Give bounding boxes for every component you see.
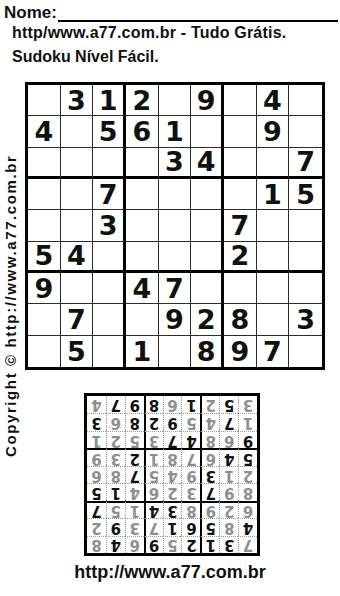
puzzle-cell-given-r9c8: 7	[257, 336, 290, 367]
solution-cell-solved-r3c3: 9	[200, 501, 219, 518]
solution-cell-given-r8c6: 2	[144, 413, 163, 430]
puzzle-cell-given-r2c8: 9	[257, 116, 290, 147]
puzzle-cell-empty-r1c1[interactable]	[28, 85, 61, 116]
puzzle-cell-empty-r9c3[interactable]	[93, 336, 126, 367]
solution-cell-given-r2c4: 6	[181, 518, 200, 535]
solution-cell-given-r5c3: 3	[200, 466, 219, 483]
solution-cell-solved-r3c2: 2	[219, 501, 238, 518]
puzzle-cell-empty-r5c1[interactable]	[28, 210, 61, 241]
puzzle-cell-empty-r5c6[interactable]	[191, 210, 224, 241]
puzzle-cell-empty-r2c2[interactable]	[61, 116, 94, 147]
solution-cell-solved-r8c1: 1	[238, 413, 257, 430]
puzzle-cell-given-r5c3: 3	[93, 210, 126, 241]
solution-cell-given-r2c3: 5	[200, 518, 219, 535]
puzzle-cell-given-r1c6: 9	[191, 85, 224, 116]
puzzle-cell-empty-r8c8[interactable]	[257, 304, 290, 335]
solution-cell-solved-r6c5: 8	[163, 448, 182, 465]
puzzle-cell-given-r3c6: 4	[191, 148, 224, 179]
solution-cell-given-r1c3: 1	[200, 536, 219, 553]
solution-cell-solved-r6c6: 1	[144, 448, 163, 465]
solution-cell-given-r8c5: 9	[163, 413, 182, 430]
puzzle-cell-empty-r4c5[interactable]	[159, 179, 192, 210]
puzzle-cell-empty-r6c6[interactable]	[191, 242, 224, 273]
solution-cell-given-r4c3: 7	[200, 483, 219, 500]
puzzle-cell-given-r9c6: 8	[191, 336, 224, 367]
solution-cell-solved-r1c9: 8	[87, 536, 106, 553]
puzzle-cell-given-r4c3: 7	[93, 179, 126, 210]
puzzle-cell-empty-r9c5[interactable]	[159, 336, 192, 367]
puzzle-cell-given-r6c7: 2	[224, 242, 257, 273]
solution-cell-given-r6c2: 4	[219, 448, 238, 465]
puzzle-cell-given-r8c2: 7	[61, 304, 94, 335]
puzzle-cell-empty-r8c1[interactable]	[28, 304, 61, 335]
puzzle-cell-given-r1c3: 1	[93, 85, 126, 116]
puzzle-cell-given-r2c4: 6	[126, 116, 159, 147]
puzzle-cell-empty-r2c9[interactable]	[289, 116, 322, 147]
puzzle-cell-empty-r4c1[interactable]	[28, 179, 61, 210]
solution-cell-solved-r7c2: 6	[219, 431, 238, 448]
puzzle-cell-empty-r3c3[interactable]	[93, 148, 126, 179]
solution-cell-solved-r9c9: 4	[87, 396, 106, 413]
solution-cell-given-r5c7: 7	[125, 466, 144, 483]
puzzle-cell-given-r7c4: 4	[126, 273, 159, 304]
solution-cell-solved-r5c2: 1	[219, 466, 238, 483]
sudoku-print-page: Nome: http/www.a77.com.br - Tudo Grátis.…	[0, 0, 340, 596]
solution-cell-given-r9c8: 7	[106, 396, 125, 413]
puzzle-cell-empty-r5c5[interactable]	[159, 210, 192, 241]
puzzle-cell-empty-r7c6[interactable]	[191, 273, 224, 304]
puzzle-cell-empty-r3c8[interactable]	[257, 148, 290, 179]
solution-cell-solved-r2c9: 2	[87, 518, 106, 535]
puzzle-cell-given-r8c5: 9	[159, 304, 192, 335]
solution-cell-given-r1c8: 4	[106, 536, 125, 553]
solution-cell-solved-r4c6: 6	[144, 483, 163, 500]
sudoku-puzzle-grid: 3129445619347715375429477928351897	[25, 82, 325, 370]
puzzle-cell-given-r8c9: 3	[289, 304, 322, 335]
solution-cell-given-r2c5: 1	[163, 518, 182, 535]
solution-cell-solved-r3c4: 8	[181, 501, 200, 518]
solution-cell-given-r4c9: 5	[87, 483, 106, 500]
solution-cell-given-r9c6: 8	[144, 396, 163, 413]
copyright-vertical-text: Copyright © http://www.a77.com.br	[2, 88, 18, 457]
solution-cell-solved-r5c8: 8	[106, 466, 125, 483]
puzzle-cell-empty-r5c2[interactable]	[61, 210, 94, 241]
solution-cell-given-r8c2: 7	[219, 413, 238, 430]
solution-cell-solved-r2c7: 3	[125, 518, 144, 535]
solution-cell-given-r2c1: 4	[238, 518, 257, 535]
solution-cell-solved-r4c5: 2	[163, 483, 182, 500]
puzzle-cell-empty-r4c2[interactable]	[61, 179, 94, 210]
puzzle-cell-given-r2c5: 1	[159, 116, 192, 147]
solution-cell-solved-r5c5: 4	[163, 466, 182, 483]
solution-cell-given-r7c4: 4	[181, 431, 200, 448]
puzzle-cell-given-r2c3: 5	[93, 116, 126, 147]
puzzle-cell-empty-r6c4[interactable]	[126, 242, 159, 273]
puzzle-cell-given-r1c2: 3	[61, 85, 94, 116]
puzzle-cell-given-r9c7: 9	[224, 336, 257, 367]
puzzle-cell-given-r6c2: 4	[61, 242, 94, 273]
puzzle-cell-empty-r6c9[interactable]	[289, 242, 322, 273]
solution-cell-given-r8c9: 3	[87, 413, 106, 430]
puzzle-cell-empty-r2c6[interactable]	[191, 116, 224, 147]
solution-cell-solved-r9c3: 2	[200, 396, 219, 413]
solution-cell-solved-r3c1: 6	[238, 501, 257, 518]
solution-cell-solved-r8c3: 4	[200, 413, 219, 430]
puzzle-cell-empty-r7c9[interactable]	[289, 273, 322, 304]
puzzle-cell-given-r4c9: 5	[289, 179, 322, 210]
puzzle-cell-empty-r1c7[interactable]	[224, 85, 257, 116]
puzzle-cell-empty-r9c1[interactable]	[28, 336, 61, 367]
puzzle-cell-empty-r8c3[interactable]	[93, 304, 126, 335]
sudoku-solution-grid-upside-down: 7312596484856173926298341578973264152139…	[84, 393, 260, 556]
solution-cell-solved-r4c1: 8	[238, 483, 257, 500]
puzzle-cell-given-r8c7: 8	[224, 304, 257, 335]
puzzle-cell-empty-r8c4[interactable]	[126, 304, 159, 335]
solution-cell-solved-r3c7: 1	[125, 501, 144, 518]
footer-url: http://www.a77.com.br	[0, 562, 340, 583]
solution-cell-solved-r6c3: 6	[200, 448, 219, 465]
solution-cell-given-r9c7: 9	[125, 396, 144, 413]
solution-cell-solved-r9c5: 6	[163, 396, 182, 413]
puzzle-cell-empty-r4c7[interactable]	[224, 179, 257, 210]
solution-cell-solved-r4c2: 9	[219, 483, 238, 500]
puzzle-cell-empty-r7c7[interactable]	[224, 273, 257, 304]
solution-cell-given-r8c7: 8	[125, 413, 144, 430]
solution-cell-given-r6c7: 2	[125, 448, 144, 465]
site-tagline: http/www.a77.com.br - Tudo Grátis.	[12, 24, 286, 42]
puzzle-cell-empty-r1c5[interactable]	[159, 85, 192, 116]
puzzle-cell-given-r7c1: 9	[28, 273, 61, 304]
solution-cell-solved-r1c5: 5	[163, 536, 182, 553]
solution-cell-solved-r1c7: 6	[125, 536, 144, 553]
puzzle-cell-empty-r6c3[interactable]	[93, 242, 126, 273]
puzzle-cell-given-r9c2: 5	[61, 336, 94, 367]
puzzle-cell-empty-r6c5[interactable]	[159, 242, 192, 273]
puzzle-cell-empty-r3c1[interactable]	[28, 148, 61, 179]
puzzle-cell-empty-r3c2[interactable]	[61, 148, 94, 179]
solution-cell-given-r3c5: 3	[163, 501, 182, 518]
solution-cell-solved-r6c4: 7	[181, 448, 200, 465]
solution-cell-solved-r6c9: 9	[87, 448, 106, 465]
puzzle-cell-empty-r9c9[interactable]	[289, 336, 322, 367]
puzzle-cell-given-r6c1: 5	[28, 242, 61, 273]
solution-cell-given-r9c2: 5	[219, 396, 238, 413]
puzzle-cell-empty-r4c6[interactable]	[191, 179, 224, 210]
puzzle-cell-given-r3c9: 7	[289, 148, 322, 179]
solution-cell-given-r4c8: 1	[106, 483, 125, 500]
solution-cell-given-r2c8: 9	[106, 518, 125, 535]
solution-cell-given-r1c6: 9	[144, 536, 163, 553]
solution-cell-solved-r2c6: 7	[144, 518, 163, 535]
solution-cell-solved-r7c7: 5	[125, 431, 144, 448]
solution-cell-solved-r1c1: 7	[238, 536, 257, 553]
solution-cell-solved-r7c8: 2	[106, 431, 125, 448]
puzzle-cell-given-r3c5: 3	[159, 148, 192, 179]
puzzle-cell-given-r8c6: 2	[191, 304, 224, 335]
solution-cell-solved-r5c9: 6	[87, 466, 106, 483]
solution-cell-solved-r2c2: 8	[219, 518, 238, 535]
solution-cell-solved-r8c4: 5	[181, 413, 200, 430]
name-blank-line[interactable]	[58, 6, 338, 22]
puzzle-cell-empty-r6c8[interactable]	[257, 242, 290, 273]
puzzle-cell-empty-r2c7[interactable]	[224, 116, 257, 147]
puzzle-cell-empty-r7c8[interactable]	[257, 273, 290, 304]
puzzle-cell-empty-r3c7[interactable]	[224, 148, 257, 179]
puzzle-cell-empty-r7c3[interactable]	[93, 273, 126, 304]
puzzle-cell-empty-r1c9[interactable]	[289, 85, 322, 116]
puzzle-cell-empty-r3c4[interactable]	[126, 148, 159, 179]
solution-cell-solved-r9c1: 3	[238, 396, 257, 413]
puzzle-cell-empty-r7c2[interactable]	[61, 273, 94, 304]
puzzle-cell-empty-r4c4[interactable]	[126, 179, 159, 210]
solution-cell-solved-r3c8: 5	[106, 501, 125, 518]
solution-cell-given-r3c6: 4	[144, 501, 163, 518]
solution-cell-given-r7c5: 7	[163, 431, 182, 448]
solution-cell-solved-r4c4: 3	[181, 483, 200, 500]
solution-cell-solved-r7c3: 8	[200, 431, 219, 448]
solution-cell-solved-r7c9: 1	[87, 431, 106, 448]
puzzle-cell-given-r5c7: 7	[224, 210, 257, 241]
puzzle-cell-empty-r5c8[interactable]	[257, 210, 290, 241]
puzzle-level-title: Sudoku Nível Fácil.	[12, 48, 159, 66]
solution-cell-solved-r5c4: 9	[181, 466, 200, 483]
puzzle-cell-given-r1c4: 2	[126, 85, 159, 116]
puzzle-cell-given-r1c8: 4	[257, 85, 290, 116]
puzzle-cell-given-r7c5: 7	[159, 273, 192, 304]
solution-cell-given-r6c1: 5	[238, 448, 257, 465]
name-label: Nome:	[4, 4, 57, 22]
solution-cell-solved-r6c8: 3	[106, 448, 125, 465]
solution-cell-given-r3c9: 7	[87, 501, 106, 518]
name-row: Nome:	[4, 2, 338, 22]
puzzle-cell-given-r2c1: 4	[28, 116, 61, 147]
puzzle-cell-empty-r5c9[interactable]	[289, 210, 322, 241]
solution-cell-solved-r5c1: 2	[238, 466, 257, 483]
puzzle-cell-given-r9c4: 1	[126, 336, 159, 367]
solution-cell-solved-r7c6: 3	[144, 431, 163, 448]
solution-cell-solved-r8c8: 6	[106, 413, 125, 430]
puzzle-cell-given-r4c8: 1	[257, 179, 290, 210]
solution-cell-given-r1c4: 2	[181, 536, 200, 553]
solution-cell-solved-r5c6: 5	[144, 466, 163, 483]
puzzle-cell-empty-r5c4[interactable]	[126, 210, 159, 241]
solution-cell-given-r7c1: 9	[238, 431, 257, 448]
solution-cell-given-r9c4: 1	[181, 396, 200, 413]
solution-cell-solved-r4c7: 4	[125, 483, 144, 500]
solution-cell-given-r1c2: 3	[219, 536, 238, 553]
